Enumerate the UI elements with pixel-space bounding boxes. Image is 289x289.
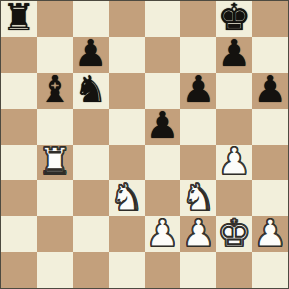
square-f1[interactable]: [180, 252, 216, 288]
square-c8[interactable]: [73, 1, 109, 37]
square-h3[interactable]: [252, 180, 288, 216]
square-g2[interactable]: ♚: [216, 216, 252, 252]
piece-white-rook[interactable]: ♜: [38, 145, 71, 180]
chess-board-frame: ♜♚♟♟♝♞♟♟♟♜♟♞♞♟♟♚♟: [0, 0, 289, 289]
square-b2[interactable]: [37, 216, 73, 252]
square-c4[interactable]: [73, 145, 109, 181]
square-d6[interactable]: [109, 73, 145, 109]
square-g8[interactable]: ♚: [216, 1, 252, 37]
square-h8[interactable]: [252, 1, 288, 37]
square-e3[interactable]: [145, 180, 181, 216]
square-c3[interactable]: [73, 180, 109, 216]
square-h1[interactable]: [252, 252, 288, 288]
square-e7[interactable]: [145, 37, 181, 73]
square-a5[interactable]: [1, 109, 37, 145]
piece-black-knight[interactable]: ♞: [74, 73, 107, 108]
square-h2[interactable]: ♟: [252, 216, 288, 252]
square-e6[interactable]: [145, 73, 181, 109]
chess-board: ♜♚♟♟♝♞♟♟♟♜♟♞♞♟♟♚♟: [1, 1, 288, 288]
square-e8[interactable]: [145, 1, 181, 37]
piece-white-pawn[interactable]: ♟: [182, 216, 215, 251]
square-g6[interactable]: [216, 73, 252, 109]
square-d7[interactable]: [109, 37, 145, 73]
piece-white-knight[interactable]: ♞: [182, 180, 215, 215]
square-e4[interactable]: [145, 145, 181, 181]
square-a3[interactable]: [1, 180, 37, 216]
piece-black-pawn[interactable]: ♟: [74, 37, 107, 72]
square-d4[interactable]: [109, 145, 145, 181]
square-g7[interactable]: ♟: [216, 37, 252, 73]
square-h5[interactable]: [252, 109, 288, 145]
piece-black-bishop[interactable]: ♝: [38, 73, 71, 108]
square-f4[interactable]: [180, 145, 216, 181]
square-a6[interactable]: [1, 73, 37, 109]
square-h4[interactable]: [252, 145, 288, 181]
square-d3[interactable]: ♞: [109, 180, 145, 216]
square-e1[interactable]: [145, 252, 181, 288]
piece-black-pawn[interactable]: ♟: [253, 73, 286, 108]
square-b8[interactable]: [37, 1, 73, 37]
square-b4[interactable]: ♜: [37, 145, 73, 181]
square-b1[interactable]: [37, 252, 73, 288]
piece-black-pawn[interactable]: ♟: [182, 73, 215, 108]
square-a4[interactable]: [1, 145, 37, 181]
square-b5[interactable]: [37, 109, 73, 145]
square-g3[interactable]: [216, 180, 252, 216]
square-h6[interactable]: ♟: [252, 73, 288, 109]
square-f5[interactable]: [180, 109, 216, 145]
square-d8[interactable]: [109, 1, 145, 37]
square-d5[interactable]: [109, 109, 145, 145]
piece-white-pawn[interactable]: ♟: [146, 216, 179, 251]
square-d1[interactable]: [109, 252, 145, 288]
square-a1[interactable]: [1, 252, 37, 288]
square-a7[interactable]: [1, 37, 37, 73]
piece-black-rook[interactable]: ♜: [2, 1, 35, 36]
square-c5[interactable]: [73, 109, 109, 145]
square-f6[interactable]: ♟: [180, 73, 216, 109]
square-c1[interactable]: [73, 252, 109, 288]
piece-white-knight[interactable]: ♞: [110, 180, 143, 215]
piece-white-pawn[interactable]: ♟: [218, 145, 251, 180]
piece-white-pawn[interactable]: ♟: [253, 216, 286, 251]
square-f7[interactable]: [180, 37, 216, 73]
square-f3[interactable]: ♞: [180, 180, 216, 216]
square-g4[interactable]: ♟: [216, 145, 252, 181]
square-b3[interactable]: [37, 180, 73, 216]
piece-black-pawn[interactable]: ♟: [218, 37, 251, 72]
square-e5[interactable]: ♟: [145, 109, 181, 145]
square-g5[interactable]: [216, 109, 252, 145]
square-g1[interactable]: [216, 252, 252, 288]
square-b6[interactable]: ♝: [37, 73, 73, 109]
piece-black-pawn[interactable]: ♟: [146, 109, 179, 144]
square-c7[interactable]: ♟: [73, 37, 109, 73]
square-h7[interactable]: [252, 37, 288, 73]
square-c2[interactable]: [73, 216, 109, 252]
square-f8[interactable]: [180, 1, 216, 37]
square-c6[interactable]: ♞: [73, 73, 109, 109]
square-b7[interactable]: [37, 37, 73, 73]
piece-black-king[interactable]: ♚: [218, 1, 251, 36]
square-a8[interactable]: ♜: [1, 1, 37, 37]
piece-white-king[interactable]: ♚: [218, 216, 251, 251]
square-d2[interactable]: [109, 216, 145, 252]
square-f2[interactable]: ♟: [180, 216, 216, 252]
square-e2[interactable]: ♟: [145, 216, 181, 252]
square-a2[interactable]: [1, 216, 37, 252]
